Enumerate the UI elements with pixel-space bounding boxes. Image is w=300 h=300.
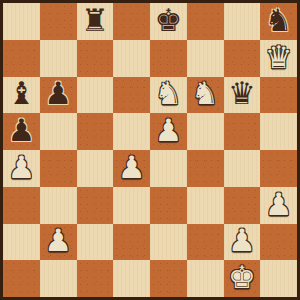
- square-f3[interactable]: [187, 187, 224, 224]
- square-c8[interactable]: ♜: [77, 3, 114, 40]
- square-e8[interactable]: ♚: [150, 3, 187, 40]
- piece-black-king[interactable]: ♚: [154, 5, 182, 36]
- square-a8[interactable]: [3, 3, 40, 40]
- square-f1[interactable]: [187, 260, 224, 297]
- square-h4[interactable]: [260, 150, 297, 187]
- square-h1[interactable]: [260, 260, 297, 297]
- square-f6[interactable]: ♞: [187, 77, 224, 114]
- square-a5[interactable]: ♟: [3, 113, 40, 150]
- square-e7[interactable]: [150, 40, 187, 77]
- square-c4[interactable]: [77, 150, 114, 187]
- square-c3[interactable]: [77, 187, 114, 224]
- square-b4[interactable]: [40, 150, 77, 187]
- square-f5[interactable]: [187, 113, 224, 150]
- square-a1[interactable]: [3, 260, 40, 297]
- square-f4[interactable]: [187, 150, 224, 187]
- square-g2[interactable]: ♟: [224, 224, 261, 261]
- square-b3[interactable]: [40, 187, 77, 224]
- piece-white-pawn[interactable]: ♟: [44, 225, 72, 256]
- piece-white-pawn[interactable]: ♟: [265, 189, 293, 220]
- square-e6[interactable]: ♞: [150, 77, 187, 114]
- square-h5[interactable]: [260, 113, 297, 150]
- square-e4[interactable]: [150, 150, 187, 187]
- piece-white-pawn[interactable]: ♟: [228, 225, 256, 256]
- chess-board: ♜♚♞♛♝♟♞♞♛♟♟♟♟♟♟♟♚: [3, 3, 297, 297]
- square-h6[interactable]: [260, 77, 297, 114]
- piece-white-knight[interactable]: ♞: [191, 78, 219, 109]
- square-e3[interactable]: [150, 187, 187, 224]
- square-d4[interactable]: ♟: [113, 150, 150, 187]
- square-f8[interactable]: [187, 3, 224, 40]
- piece-black-rook[interactable]: ♜: [81, 5, 109, 36]
- piece-black-pawn[interactable]: ♟: [7, 115, 35, 146]
- square-g6[interactable]: ♛: [224, 77, 261, 114]
- square-b2[interactable]: ♟: [40, 224, 77, 261]
- square-a4[interactable]: ♟: [3, 150, 40, 187]
- square-h3[interactable]: ♟: [260, 187, 297, 224]
- square-d1[interactable]: [113, 260, 150, 297]
- piece-black-pawn[interactable]: ♟: [44, 78, 72, 109]
- square-b6[interactable]: ♟: [40, 77, 77, 114]
- piece-black-queen[interactable]: ♛: [228, 78, 256, 109]
- square-d8[interactable]: [113, 3, 150, 40]
- square-c7[interactable]: [77, 40, 114, 77]
- square-d6[interactable]: [113, 77, 150, 114]
- square-a7[interactable]: [3, 40, 40, 77]
- square-a2[interactable]: [3, 224, 40, 261]
- square-c1[interactable]: [77, 260, 114, 297]
- square-f2[interactable]: [187, 224, 224, 261]
- square-a6[interactable]: ♝: [3, 77, 40, 114]
- piece-black-knight[interactable]: ♞: [265, 5, 293, 36]
- square-e2[interactable]: [150, 224, 187, 261]
- piece-white-king[interactable]: ♚: [228, 262, 256, 293]
- piece-white-knight[interactable]: ♞: [154, 78, 182, 109]
- square-b1[interactable]: [40, 260, 77, 297]
- square-f7[interactable]: [187, 40, 224, 77]
- piece-white-queen[interactable]: ♛: [265, 42, 293, 73]
- square-g1[interactable]: ♚: [224, 260, 261, 297]
- square-b8[interactable]: [40, 3, 77, 40]
- square-c5[interactable]: [77, 113, 114, 150]
- piece-black-bishop[interactable]: ♝: [7, 78, 35, 109]
- square-d7[interactable]: [113, 40, 150, 77]
- square-g5[interactable]: [224, 113, 261, 150]
- square-h2[interactable]: [260, 224, 297, 261]
- piece-white-pawn[interactable]: ♟: [118, 152, 146, 183]
- square-g3[interactable]: [224, 187, 261, 224]
- piece-white-pawn[interactable]: ♟: [7, 152, 35, 183]
- square-b5[interactable]: [40, 113, 77, 150]
- square-d5[interactable]: [113, 113, 150, 150]
- square-d3[interactable]: [113, 187, 150, 224]
- square-b7[interactable]: [40, 40, 77, 77]
- square-g7[interactable]: [224, 40, 261, 77]
- square-h7[interactable]: ♛: [260, 40, 297, 77]
- square-c2[interactable]: [77, 224, 114, 261]
- square-e5[interactable]: ♟: [150, 113, 187, 150]
- square-a3[interactable]: [3, 187, 40, 224]
- square-d2[interactable]: [113, 224, 150, 261]
- square-g4[interactable]: [224, 150, 261, 187]
- piece-white-pawn[interactable]: ♟: [154, 115, 182, 146]
- chess-board-frame: ♜♚♞♛♝♟♞♞♛♟♟♟♟♟♟♟♚: [0, 0, 300, 300]
- square-c6[interactable]: [77, 77, 114, 114]
- square-e1[interactable]: [150, 260, 187, 297]
- square-h8[interactable]: ♞: [260, 3, 297, 40]
- square-g8[interactable]: [224, 3, 261, 40]
